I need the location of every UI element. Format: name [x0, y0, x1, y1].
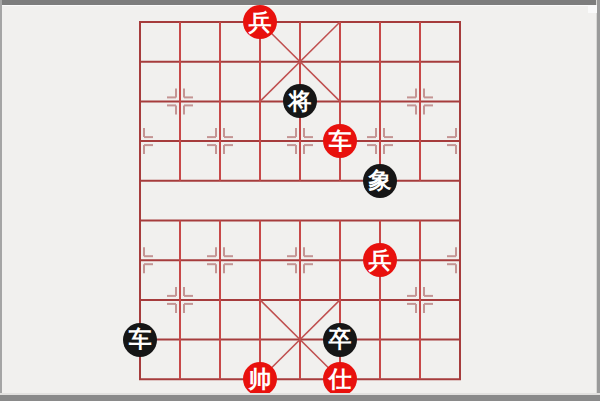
black-elephant[interactable]: 象 — [363, 164, 397, 198]
red-soldier[interactable]: 兵 — [243, 5, 277, 39]
board-grid — [0, 0, 600, 401]
red-chariot[interactable]: 车 — [323, 124, 357, 158]
xiangqi-board[interactable]: 兵将车象兵车卒帅仕 — [0, 0, 600, 401]
window-bottom-bar — [0, 393, 600, 401]
black-soldier[interactable]: 卒 — [323, 323, 357, 357]
red-soldier[interactable]: 兵 — [363, 243, 397, 277]
black-chariot[interactable]: 车 — [123, 323, 157, 357]
app-window: 兵将车象兵车卒帅仕 — [0, 0, 600, 401]
